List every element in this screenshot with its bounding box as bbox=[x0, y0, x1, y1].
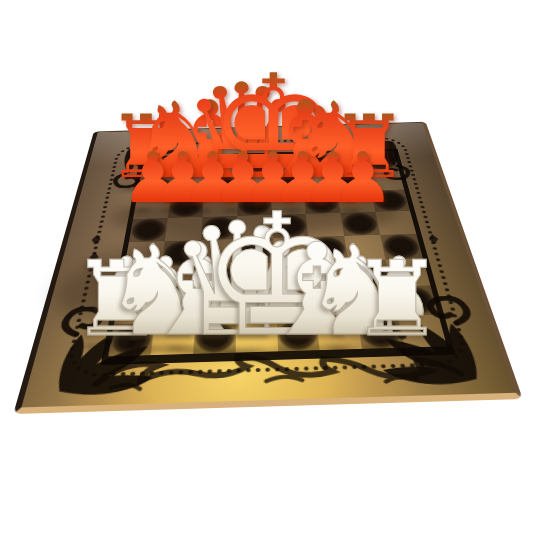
rook-glyph: ♜ bbox=[350, 247, 443, 351]
pieces-layer: ♜♞♝♛♚♝♞♜♟♟♟♟♟♟♟♟♟♟♟♟♟♟♟♟♜♞♝♛♚♝♞♜ bbox=[0, 0, 533, 533]
chess-photo-scene: ♜♞♝♛♚♝♞♜♟♟♟♟♟♟♟♟♟♟♟♟♟♟♟♟♜♞♝♛♚♝♞♜ bbox=[0, 0, 533, 533]
piece-white-rook[interactable]: ♜ bbox=[350, 247, 443, 351]
